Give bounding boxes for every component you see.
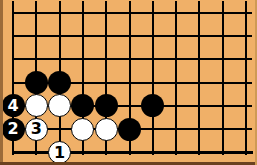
grid-line <box>222 1 224 155</box>
stone-white-b3 <box>25 94 48 117</box>
stone-white-d2 <box>71 118 94 141</box>
move-number-label: 1 <box>54 145 65 161</box>
stone-white-c1: 1 <box>48 141 71 164</box>
stone-black-f2 <box>118 118 141 141</box>
stone-black-c4 <box>48 71 71 94</box>
grid-line <box>152 1 154 155</box>
stone-black-e3 <box>95 94 118 117</box>
stone-black-b4 <box>25 71 48 94</box>
frame-border-right <box>255 0 257 165</box>
stone-black-a3: 4 <box>2 94 25 117</box>
stone-white-e2 <box>95 118 118 141</box>
move-number-label: 3 <box>31 121 42 137</box>
stone-black-g3 <box>141 94 164 117</box>
stone-black-a2: 2 <box>2 118 25 141</box>
stone-white-b2: 3 <box>25 118 48 141</box>
move-number-label: 4 <box>7 98 18 114</box>
stone-white-c3 <box>48 94 71 117</box>
grid-line <box>245 1 247 155</box>
grid-line <box>12 35 252 37</box>
grid-line <box>12 58 252 60</box>
grid-line <box>175 1 177 155</box>
grid-line <box>12 12 252 14</box>
grid-line <box>198 1 200 155</box>
frame-border-left <box>0 0 3 165</box>
move-number-label: 2 <box>7 121 18 137</box>
go-board-diagram: 4231 <box>0 0 257 165</box>
frame-border-bottom <box>0 162 257 165</box>
stone-black-d3 <box>71 94 94 117</box>
